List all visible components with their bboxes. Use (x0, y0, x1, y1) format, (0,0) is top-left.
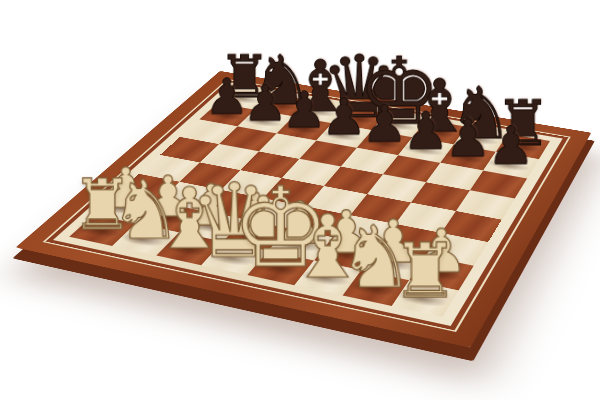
board-squares: ♜♞♝♛♚♝♞♜♟♟♟♟♟♟♟♟♟♟♟♟♟♟♟♟♜♞♝♛♚♝♞♜ (69, 87, 550, 316)
chessboard: ♜♞♝♛♚♝♞♜♟♟♟♟♟♟♟♟♟♟♟♟♟♟♟♟♜♞♝♛♚♝♞♜ (16, 71, 592, 348)
piece-black-pawn: ♟ (457, 120, 564, 173)
piece-white-rook: ♜ (362, 234, 488, 309)
frame-maple-inlay-line: ♜♞♝♛♚♝♞♜♟♟♟♟♟♟♟♟♟♟♟♟♟♟♟♟♜♞♝♛♚♝♞♜ (43, 79, 571, 332)
board-frame: ♜♞♝♛♚♝♞♜♟♟♟♟♟♟♟♟♟♟♟♟♟♟♟♟♜♞♝♛♚♝♞♜ (16, 71, 592, 348)
square-h1: ♜ (392, 280, 459, 317)
square-h7: ♟ (483, 152, 539, 179)
board-maple-border: ♜♞♝♛♚♝♞♜♟♟♟♟♟♟♟♟♟♟♟♟♟♟♟♟♜♞♝♛♚♝♞♜ (53, 82, 563, 326)
product-photo: ♜♞♝♛♚♝♞♜♟♟♟♟♟♟♟♟♟♟♟♟♟♟♟♟♜♞♝♛♚♝♞♜ (0, 0, 600, 400)
